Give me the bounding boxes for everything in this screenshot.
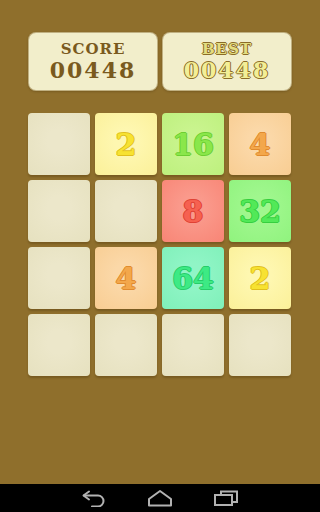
recents-button[interactable] bbox=[213, 489, 239, 507]
recents-icon bbox=[213, 489, 239, 507]
tile-2-r3c4: 2 bbox=[229, 247, 291, 309]
tile-value: 64 bbox=[172, 261, 214, 296]
home-icon bbox=[147, 489, 173, 507]
best-box: BEST 00448 bbox=[162, 32, 292, 91]
scoreboard: SCORE 00448 BEST 00448 bbox=[28, 32, 292, 91]
game-board[interactable]: 21648324642 bbox=[28, 113, 291, 376]
score-value: 00448 bbox=[50, 58, 137, 82]
tile-value: 4 bbox=[116, 261, 137, 296]
best-value: 00448 bbox=[184, 58, 271, 82]
tile-8-r2c3: 8 bbox=[162, 180, 224, 242]
empty-cell-r3c1 bbox=[28, 247, 90, 309]
home-button[interactable] bbox=[147, 489, 173, 507]
back-button[interactable] bbox=[81, 489, 107, 507]
tile-16-r1c3: 16 bbox=[162, 113, 224, 175]
best-label: BEST bbox=[202, 41, 252, 58]
empty-cell-r2c2 bbox=[95, 180, 157, 242]
screen: SCORE 00448 BEST 00448 21648324642 bbox=[0, 0, 320, 512]
tile-value: 4 bbox=[250, 127, 271, 162]
tile-2-r1c2: 2 bbox=[95, 113, 157, 175]
tile-value: 16 bbox=[172, 127, 214, 162]
android-navbar bbox=[0, 484, 320, 512]
empty-cell-r4c3 bbox=[162, 314, 224, 376]
tile-4-r1c4: 4 bbox=[229, 113, 291, 175]
back-icon bbox=[81, 489, 107, 507]
score-box: SCORE 00448 bbox=[28, 32, 158, 91]
tile-32-r2c4: 32 bbox=[229, 180, 291, 242]
tile-4-r3c2: 4 bbox=[95, 247, 157, 309]
tile-value: 32 bbox=[239, 194, 281, 229]
empty-cell-r4c1 bbox=[28, 314, 90, 376]
tile-64-r3c3: 64 bbox=[162, 247, 224, 309]
empty-cell-r4c4 bbox=[229, 314, 291, 376]
tile-value: 8 bbox=[183, 194, 204, 229]
score-label: SCORE bbox=[61, 41, 126, 58]
empty-cell-r1c1 bbox=[28, 113, 90, 175]
tile-value: 2 bbox=[250, 261, 271, 296]
tile-value: 2 bbox=[116, 127, 137, 162]
empty-cell-r4c2 bbox=[95, 314, 157, 376]
empty-cell-r2c1 bbox=[28, 180, 90, 242]
